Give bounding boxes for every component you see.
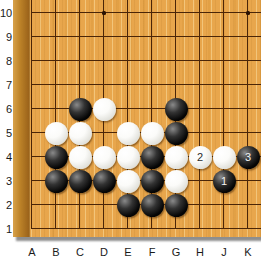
intersection-F4[interactable] <box>140 145 164 169</box>
intersection-B5[interactable] <box>44 121 68 145</box>
white-stone-C5 <box>69 122 92 145</box>
intersection-E4[interactable] <box>116 145 140 169</box>
black-stone-G2 <box>165 194 188 217</box>
intersection-B3[interactable] <box>44 169 68 193</box>
column-label-J: J <box>212 245 236 260</box>
white-stone-D4 <box>93 146 116 169</box>
intersection-D6[interactable] <box>92 97 116 121</box>
column-label-K: K <box>236 245 260 260</box>
column-label-F: F <box>140 245 164 260</box>
black-stone-C6 <box>69 98 92 121</box>
intersection-D3[interactable] <box>92 169 116 193</box>
white-stone-F5 <box>141 122 164 145</box>
intersection-F3[interactable] <box>140 169 164 193</box>
black-stone-K4: 3 <box>237 146 260 169</box>
white-stone-D6 <box>93 98 116 121</box>
white-stone-H4: 2 <box>189 146 212 169</box>
stones-grid: 231 <box>20 1 260 241</box>
column-label-E: E <box>116 245 140 260</box>
intersection-G4[interactable] <box>164 145 188 169</box>
column-label-D: D <box>92 245 116 260</box>
black-stone-F4 <box>141 146 164 169</box>
intersection-C6[interactable] <box>68 97 92 121</box>
intersection-F2[interactable] <box>140 193 164 217</box>
go-board-diagram: 231 10987654321 ABCDEFGHJK <box>0 0 261 264</box>
row-label-10: 10 <box>0 5 12 21</box>
intersection-H4[interactable]: 2 <box>188 145 212 169</box>
row-label-1: 1 <box>0 221 12 237</box>
column-label-G: G <box>164 245 188 260</box>
move-number-label-1: 1 <box>213 170 236 193</box>
intersection-J4[interactable] <box>212 145 236 169</box>
row-label-3: 3 <box>0 173 12 189</box>
intersection-E5[interactable] <box>116 121 140 145</box>
white-stone-B5 <box>45 122 68 145</box>
black-stone-E2 <box>117 194 140 217</box>
intersection-G5[interactable] <box>164 121 188 145</box>
intersection-D4[interactable] <box>92 145 116 169</box>
black-stone-C3 <box>69 170 92 193</box>
intersection-G6[interactable] <box>164 97 188 121</box>
row-label-8: 8 <box>0 53 12 69</box>
black-stone-F2 <box>141 194 164 217</box>
intersection-C3[interactable] <box>68 169 92 193</box>
intersection-F5[interactable] <box>140 121 164 145</box>
intersection-J3[interactable]: 1 <box>212 169 236 193</box>
column-label-C: C <box>68 245 92 260</box>
intersection-C5[interactable] <box>68 121 92 145</box>
move-number-label-3: 3 <box>237 146 260 169</box>
row-label-2: 2 <box>0 197 12 213</box>
row-label-5: 5 <box>0 125 12 141</box>
intersection-G3[interactable] <box>164 169 188 193</box>
black-stone-D3 <box>93 170 116 193</box>
intersection-K4[interactable]: 3 <box>236 145 260 169</box>
white-stone-G3 <box>165 170 188 193</box>
white-stone-E4 <box>117 146 140 169</box>
column-label-A: A <box>20 245 44 260</box>
black-stone-G6 <box>165 98 188 121</box>
row-label-4: 4 <box>0 149 12 165</box>
intersection-E2[interactable] <box>116 193 140 217</box>
intersection-C4[interactable] <box>68 145 92 169</box>
black-stone-B4 <box>45 146 68 169</box>
white-stone-J4 <box>213 146 236 169</box>
row-label-9: 9 <box>0 29 12 45</box>
intersection-E3[interactable] <box>116 169 140 193</box>
white-stone-E5 <box>117 122 140 145</box>
white-stone-C4 <box>69 146 92 169</box>
move-number-label-2: 2 <box>189 146 212 169</box>
white-stone-G4 <box>165 146 188 169</box>
black-stone-B3 <box>45 170 68 193</box>
black-stone-F3 <box>141 170 164 193</box>
column-label-B: B <box>44 245 68 260</box>
column-label-H: H <box>188 245 212 260</box>
intersection-G2[interactable] <box>164 193 188 217</box>
row-label-7: 7 <box>0 77 12 93</box>
intersection-B4[interactable] <box>44 145 68 169</box>
white-stone-E3 <box>117 170 140 193</box>
black-stone-G5 <box>165 122 188 145</box>
black-stone-J3: 1 <box>213 170 236 193</box>
row-label-6: 6 <box>0 101 12 117</box>
